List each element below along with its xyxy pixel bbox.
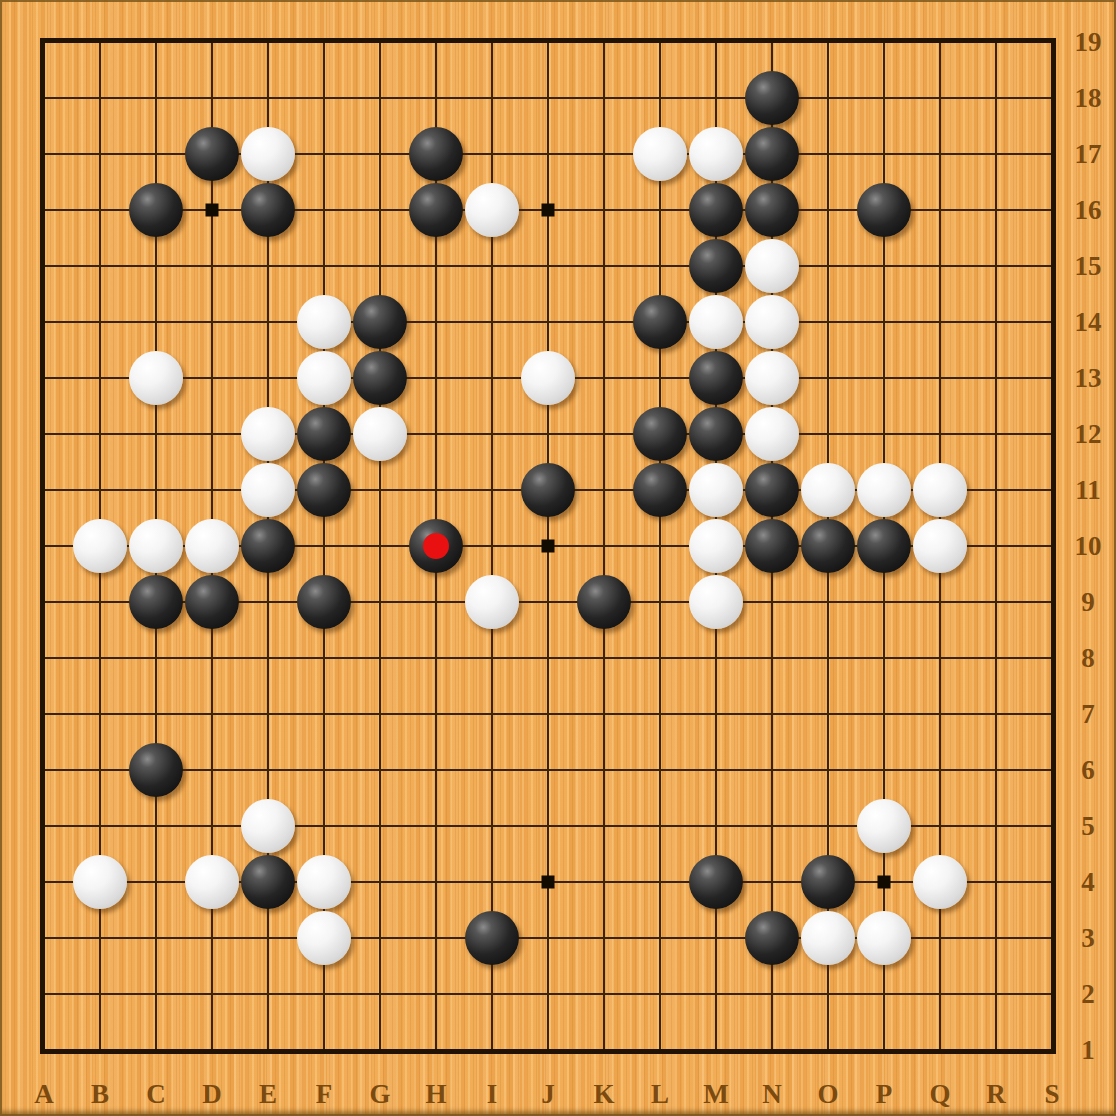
board-cell[interactable]	[464, 462, 520, 518]
board-cell[interactable]	[464, 70, 520, 126]
board-cell[interactable]	[744, 686, 800, 742]
white-stone	[801, 463, 855, 517]
board-cell[interactable]	[72, 406, 128, 462]
board-cell[interactable]	[800, 126, 856, 182]
board-cell[interactable]	[800, 182, 856, 238]
board-cell[interactable]	[16, 406, 72, 462]
white-stone	[297, 855, 351, 909]
board-cell[interactable]	[352, 742, 408, 798]
board-cell[interactable]	[408, 70, 464, 126]
board-cell[interactable]	[688, 798, 744, 854]
board-cell[interactable]	[296, 518, 352, 574]
board-cell[interactable]	[296, 238, 352, 294]
board-cell[interactable]	[856, 630, 912, 686]
board-cell[interactable]	[968, 238, 1024, 294]
board-cell[interactable]	[912, 1022, 968, 1078]
black-stone	[857, 183, 911, 237]
black-stone	[689, 351, 743, 405]
board-cell[interactable]	[576, 686, 632, 742]
board-cell[interactable]	[16, 574, 72, 630]
white-stone	[297, 351, 351, 405]
board-cell[interactable]	[688, 910, 744, 966]
board-cell[interactable]	[968, 742, 1024, 798]
board-cell[interactable]	[16, 294, 72, 350]
board-cell[interactable]	[128, 798, 184, 854]
black-stone	[689, 183, 743, 237]
board-cell[interactable]	[856, 238, 912, 294]
board-cell[interactable]	[744, 574, 800, 630]
board-cell[interactable]	[240, 686, 296, 742]
board-cell[interactable]	[968, 70, 1024, 126]
board-cell[interactable]	[128, 966, 184, 1022]
board-cell[interactable]	[800, 742, 856, 798]
board-cell[interactable]	[464, 798, 520, 854]
board-cell[interactable]	[72, 686, 128, 742]
board-cell[interactable]	[744, 854, 800, 910]
board-cell[interactable]	[912, 630, 968, 686]
row-label-8: 8	[1062, 642, 1114, 674]
board-cell[interactable]	[912, 238, 968, 294]
board-cell[interactable]	[968, 910, 1024, 966]
board-cell[interactable]	[520, 14, 576, 70]
black-stone	[185, 575, 239, 629]
board-cell[interactable]	[184, 70, 240, 126]
board-cell[interactable]	[240, 966, 296, 1022]
board-cell[interactable]	[912, 294, 968, 350]
white-stone	[745, 239, 799, 293]
board-cell[interactable]	[408, 854, 464, 910]
board-cell[interactable]	[520, 798, 576, 854]
board-cell[interactable]	[352, 518, 408, 574]
board-cell[interactable]	[352, 462, 408, 518]
board-cell[interactable]	[352, 70, 408, 126]
board-cell[interactable]	[800, 630, 856, 686]
board-cell[interactable]	[16, 798, 72, 854]
board-cell[interactable]	[576, 742, 632, 798]
board-cell[interactable]	[72, 574, 128, 630]
board-cell[interactable]	[408, 798, 464, 854]
board-cell[interactable]	[632, 910, 688, 966]
board-cell[interactable]	[128, 910, 184, 966]
board-cell[interactable]	[632, 966, 688, 1022]
board-cell[interactable]	[576, 14, 632, 70]
board-cell[interactable]	[968, 1022, 1024, 1078]
white-stone	[129, 519, 183, 573]
board-cell[interactable]	[72, 910, 128, 966]
black-stone	[129, 575, 183, 629]
white-stone	[857, 911, 911, 965]
board-cell[interactable]	[408, 910, 464, 966]
board-cell[interactable]	[520, 910, 576, 966]
board-cell[interactable]	[968, 462, 1024, 518]
board-cell[interactable]	[856, 294, 912, 350]
board-cell[interactable]	[688, 1022, 744, 1078]
board-cell[interactable]	[632, 182, 688, 238]
board-cell[interactable]	[464, 294, 520, 350]
white-stone	[689, 127, 743, 181]
board-cell[interactable]	[16, 742, 72, 798]
star-point	[878, 876, 891, 889]
board-cell[interactable]	[520, 574, 576, 630]
board-cell[interactable]	[408, 462, 464, 518]
board-cell[interactable]	[240, 350, 296, 406]
board-cell[interactable]	[632, 686, 688, 742]
board-cell[interactable]	[968, 798, 1024, 854]
white-stone	[801, 911, 855, 965]
board-cell[interactable]	[72, 630, 128, 686]
board-cell[interactable]	[72, 294, 128, 350]
board-cell[interactable]	[520, 70, 576, 126]
board-cell[interactable]	[576, 406, 632, 462]
board-cell[interactable]	[576, 238, 632, 294]
board-cell[interactable]	[72, 742, 128, 798]
board-cell[interactable]	[744, 798, 800, 854]
board-cell[interactable]	[632, 854, 688, 910]
board-cell[interactable]	[296, 14, 352, 70]
board-cell[interactable]	[632, 350, 688, 406]
board-cell[interactable]	[632, 574, 688, 630]
board-cell[interactable]	[16, 1022, 72, 1078]
row-label-11: 11	[1062, 474, 1114, 506]
board-cell[interactable]	[576, 966, 632, 1022]
board-cell[interactable]	[184, 966, 240, 1022]
white-stone	[633, 127, 687, 181]
board-cell[interactable]	[72, 350, 128, 406]
board-cell[interactable]	[912, 182, 968, 238]
board-cell[interactable]	[576, 910, 632, 966]
board-cell[interactable]	[128, 630, 184, 686]
board-cell[interactable]	[520, 238, 576, 294]
board-cell[interactable]	[408, 350, 464, 406]
board-cell[interactable]	[408, 294, 464, 350]
board-cell[interactable]	[520, 406, 576, 462]
board-cell[interactable]	[184, 294, 240, 350]
board-cell[interactable]	[520, 686, 576, 742]
board-cell[interactable]	[296, 798, 352, 854]
col-label-S: S	[1024, 1078, 1080, 1110]
board-cell[interactable]	[352, 14, 408, 70]
board-cell[interactable]	[16, 518, 72, 574]
board-cell[interactable]	[688, 686, 744, 742]
board-cell[interactable]	[408, 14, 464, 70]
board-cell[interactable]	[856, 966, 912, 1022]
board-cell[interactable]	[240, 238, 296, 294]
board-cell[interactable]	[968, 966, 1024, 1022]
board-cell[interactable]	[408, 238, 464, 294]
board-cell[interactable]	[16, 686, 72, 742]
board-cell[interactable]	[856, 14, 912, 70]
board-cell[interactable]	[464, 742, 520, 798]
board-cell[interactable]	[16, 70, 72, 126]
board-cell[interactable]	[240, 294, 296, 350]
board-cell[interactable]	[72, 182, 128, 238]
board-cell[interactable]	[632, 238, 688, 294]
board-cell[interactable]	[464, 518, 520, 574]
go-board-screen: ABCDEFGHIJKLMNOPQRS 19181716151413121110…	[0, 0, 1116, 1116]
row-label-7: 7	[1062, 698, 1114, 730]
board-cell[interactable]	[16, 854, 72, 910]
board-cell[interactable]	[408, 574, 464, 630]
board-cell[interactable]	[408, 742, 464, 798]
row-label-3: 3	[1062, 922, 1114, 954]
board-cell[interactable]	[16, 14, 72, 70]
board-cell[interactable]	[856, 686, 912, 742]
board-cell[interactable]	[296, 70, 352, 126]
board-cell[interactable]	[968, 14, 1024, 70]
board-cell[interactable]	[800, 1022, 856, 1078]
board-cell[interactable]	[800, 574, 856, 630]
board-cell[interactable]	[800, 294, 856, 350]
board-cell[interactable]	[576, 294, 632, 350]
row-label-17: 17	[1062, 138, 1114, 170]
board-cell[interactable]	[688, 14, 744, 70]
board-cell[interactable]	[912, 70, 968, 126]
board-cell[interactable]	[968, 182, 1024, 238]
board-cell[interactable]	[72, 1022, 128, 1078]
board-cell[interactable]	[72, 462, 128, 518]
board-cell[interactable]	[128, 126, 184, 182]
board-cell[interactable]	[296, 686, 352, 742]
board-cell[interactable]	[800, 798, 856, 854]
board-cell[interactable]	[464, 854, 520, 910]
board-cell[interactable]	[688, 742, 744, 798]
board-cell[interactable]	[352, 238, 408, 294]
black-stone	[745, 911, 799, 965]
board-cell[interactable]	[912, 742, 968, 798]
board-cell[interactable]	[744, 630, 800, 686]
board-cell[interactable]	[688, 630, 744, 686]
board-cell[interactable]	[408, 966, 464, 1022]
board-cell[interactable]	[800, 238, 856, 294]
board-cell[interactable]	[352, 630, 408, 686]
board-cell[interactable]	[464, 126, 520, 182]
board-cell[interactable]	[520, 630, 576, 686]
board-cell[interactable]	[464, 630, 520, 686]
board-cell[interactable]	[632, 798, 688, 854]
board-cell[interactable]	[912, 910, 968, 966]
board-cell[interactable]	[968, 126, 1024, 182]
board-cell[interactable]	[352, 126, 408, 182]
board-cell[interactable]	[128, 854, 184, 910]
white-stone	[353, 407, 407, 461]
board-cell[interactable]	[800, 966, 856, 1022]
board-cell[interactable]	[184, 1022, 240, 1078]
board-cell[interactable]	[520, 126, 576, 182]
white-stone	[297, 295, 351, 349]
board-cell[interactable]	[296, 742, 352, 798]
board-cell[interactable]	[352, 910, 408, 966]
board-cell[interactable]	[968, 406, 1024, 462]
board-cell[interactable]	[912, 798, 968, 854]
board-cell[interactable]	[520, 294, 576, 350]
row-label-12: 12	[1062, 418, 1114, 450]
board-cell[interactable]	[240, 630, 296, 686]
board-cell[interactable]	[72, 798, 128, 854]
board-cell[interactable]	[16, 462, 72, 518]
board-cell[interactable]	[464, 14, 520, 70]
board-cell[interactable]	[72, 14, 128, 70]
board-cell[interactable]	[856, 574, 912, 630]
board-cell[interactable]	[184, 798, 240, 854]
board-cell[interactable]	[352, 854, 408, 910]
board-cell[interactable]	[856, 70, 912, 126]
board-cell[interactable]	[72, 966, 128, 1022]
black-stone	[353, 295, 407, 349]
board-cell[interactable]	[968, 518, 1024, 574]
board-cell[interactable]	[352, 182, 408, 238]
board-cell[interactable]	[968, 574, 1024, 630]
board-cell[interactable]	[128, 1022, 184, 1078]
black-stone	[353, 351, 407, 405]
board-cell[interactable]	[408, 1022, 464, 1078]
board-cell[interactable]	[128, 70, 184, 126]
board-cell[interactable]	[240, 70, 296, 126]
board-cell[interactable]	[464, 966, 520, 1022]
board-cell[interactable]	[464, 1022, 520, 1078]
board-cell[interactable]	[128, 462, 184, 518]
board-cell[interactable]	[352, 574, 408, 630]
board-cell[interactable]	[856, 1022, 912, 1078]
board-cell[interactable]	[16, 182, 72, 238]
board-cell[interactable]	[800, 14, 856, 70]
board-cell[interactable]	[520, 1022, 576, 1078]
board-cell[interactable]	[296, 630, 352, 686]
board-cell[interactable]	[912, 350, 968, 406]
board-cell[interactable]	[296, 182, 352, 238]
board-cell[interactable]	[632, 742, 688, 798]
row-label-19: 19	[1062, 26, 1114, 58]
board-cell[interactable]	[296, 1022, 352, 1078]
board-cell[interactable]	[968, 294, 1024, 350]
board-cell[interactable]	[408, 686, 464, 742]
board-cell[interactable]	[296, 126, 352, 182]
board-cell[interactable]	[16, 910, 72, 966]
board-cell[interactable]	[576, 518, 632, 574]
board-cell[interactable]	[800, 70, 856, 126]
board-cell[interactable]	[184, 14, 240, 70]
white-stone	[129, 351, 183, 405]
board-cell[interactable]	[632, 14, 688, 70]
board-cell[interactable]	[72, 70, 128, 126]
board-cell[interactable]	[128, 238, 184, 294]
board-cell[interactable]	[856, 406, 912, 462]
board-cell[interactable]	[576, 126, 632, 182]
board-cell[interactable]	[72, 238, 128, 294]
board-cell[interactable]	[968, 686, 1024, 742]
board-cell[interactable]	[576, 798, 632, 854]
board-cell[interactable]	[464, 238, 520, 294]
row-label-18: 18	[1062, 82, 1114, 114]
board-cell[interactable]	[520, 966, 576, 1022]
board-cell[interactable]	[800, 406, 856, 462]
board-cell[interactable]	[240, 742, 296, 798]
board-cell[interactable]	[632, 518, 688, 574]
board-cell[interactable]	[352, 798, 408, 854]
board-cell[interactable]	[16, 350, 72, 406]
board-cell[interactable]	[16, 126, 72, 182]
board-cell[interactable]	[912, 574, 968, 630]
board-cell[interactable]	[128, 686, 184, 742]
board-cell[interactable]	[576, 854, 632, 910]
board-cell[interactable]	[128, 406, 184, 462]
board-cell[interactable]	[744, 742, 800, 798]
board-cell[interactable]	[912, 406, 968, 462]
board-cell[interactable]	[464, 406, 520, 462]
board-cell[interactable]	[576, 350, 632, 406]
board-cell[interactable]	[184, 742, 240, 798]
board-cell[interactable]	[968, 630, 1024, 686]
white-stone	[241, 463, 295, 517]
board-cell[interactable]	[240, 910, 296, 966]
board-cell[interactable]	[408, 630, 464, 686]
board-cell[interactable]	[184, 462, 240, 518]
board-cell[interactable]	[184, 238, 240, 294]
board-cell[interactable]	[968, 854, 1024, 910]
board-cell[interactable]	[128, 14, 184, 70]
board-cell[interactable]	[352, 1022, 408, 1078]
board-cell[interactable]	[576, 182, 632, 238]
board-cell[interactable]	[240, 574, 296, 630]
board-cell[interactable]	[856, 742, 912, 798]
board-cell[interactable]	[464, 686, 520, 742]
board-cell[interactable]	[632, 70, 688, 126]
board-cell[interactable]	[744, 1022, 800, 1078]
board-cell[interactable]	[744, 966, 800, 1022]
board-cell[interactable]	[464, 350, 520, 406]
board-cell[interactable]	[352, 966, 408, 1022]
board-cell[interactable]	[240, 14, 296, 70]
black-stone	[577, 575, 631, 629]
board-cell[interactable]	[352, 686, 408, 742]
board-cell[interactable]	[576, 630, 632, 686]
board-cell[interactable]	[576, 1022, 632, 1078]
board-cell[interactable]	[128, 294, 184, 350]
board-cell[interactable]	[632, 630, 688, 686]
board-cell[interactable]	[688, 966, 744, 1022]
board-cell[interactable]	[184, 910, 240, 966]
board-cell[interactable]	[184, 630, 240, 686]
board-cell[interactable]	[856, 350, 912, 406]
board-cell[interactable]	[296, 966, 352, 1022]
board-cell[interactable]	[800, 686, 856, 742]
board-cell[interactable]	[744, 14, 800, 70]
board-cell[interactable]	[16, 966, 72, 1022]
board-cell[interactable]	[912, 14, 968, 70]
board-cell[interactable]	[968, 350, 1024, 406]
board-cell[interactable]	[912, 966, 968, 1022]
board-cell[interactable]	[912, 126, 968, 182]
board-cell[interactable]	[576, 462, 632, 518]
board-cell[interactable]	[688, 70, 744, 126]
board-cell[interactable]	[520, 742, 576, 798]
board-cell[interactable]	[16, 630, 72, 686]
board-cell[interactable]	[632, 1022, 688, 1078]
board-cell[interactable]	[912, 686, 968, 742]
col-label-J: J	[520, 1078, 576, 1110]
board-cell[interactable]	[184, 406, 240, 462]
black-stone	[801, 855, 855, 909]
board-cell[interactable]	[576, 70, 632, 126]
black-stone	[465, 911, 519, 965]
board-cell[interactable]	[16, 238, 72, 294]
board-cell[interactable]	[184, 350, 240, 406]
board-cell[interactable]	[408, 406, 464, 462]
board-cell[interactable]	[240, 1022, 296, 1078]
board-cell[interactable]	[800, 350, 856, 406]
board-cell[interactable]	[72, 126, 128, 182]
board-cell[interactable]	[856, 126, 912, 182]
board-cell[interactable]	[184, 686, 240, 742]
